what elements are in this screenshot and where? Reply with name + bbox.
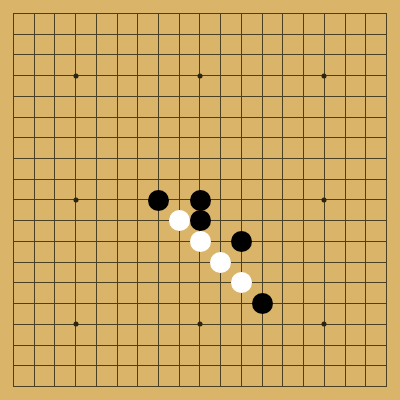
white-stone bbox=[169, 210, 190, 231]
go-board[interactable] bbox=[0, 0, 400, 400]
black-stone bbox=[252, 293, 273, 314]
white-stone bbox=[210, 252, 231, 273]
black-stone bbox=[190, 210, 211, 231]
stone-grid bbox=[3, 3, 397, 397]
black-stone bbox=[231, 231, 252, 252]
white-stone bbox=[190, 231, 211, 252]
black-stone bbox=[190, 190, 211, 211]
white-stone bbox=[231, 272, 252, 293]
black-stone bbox=[148, 190, 169, 211]
